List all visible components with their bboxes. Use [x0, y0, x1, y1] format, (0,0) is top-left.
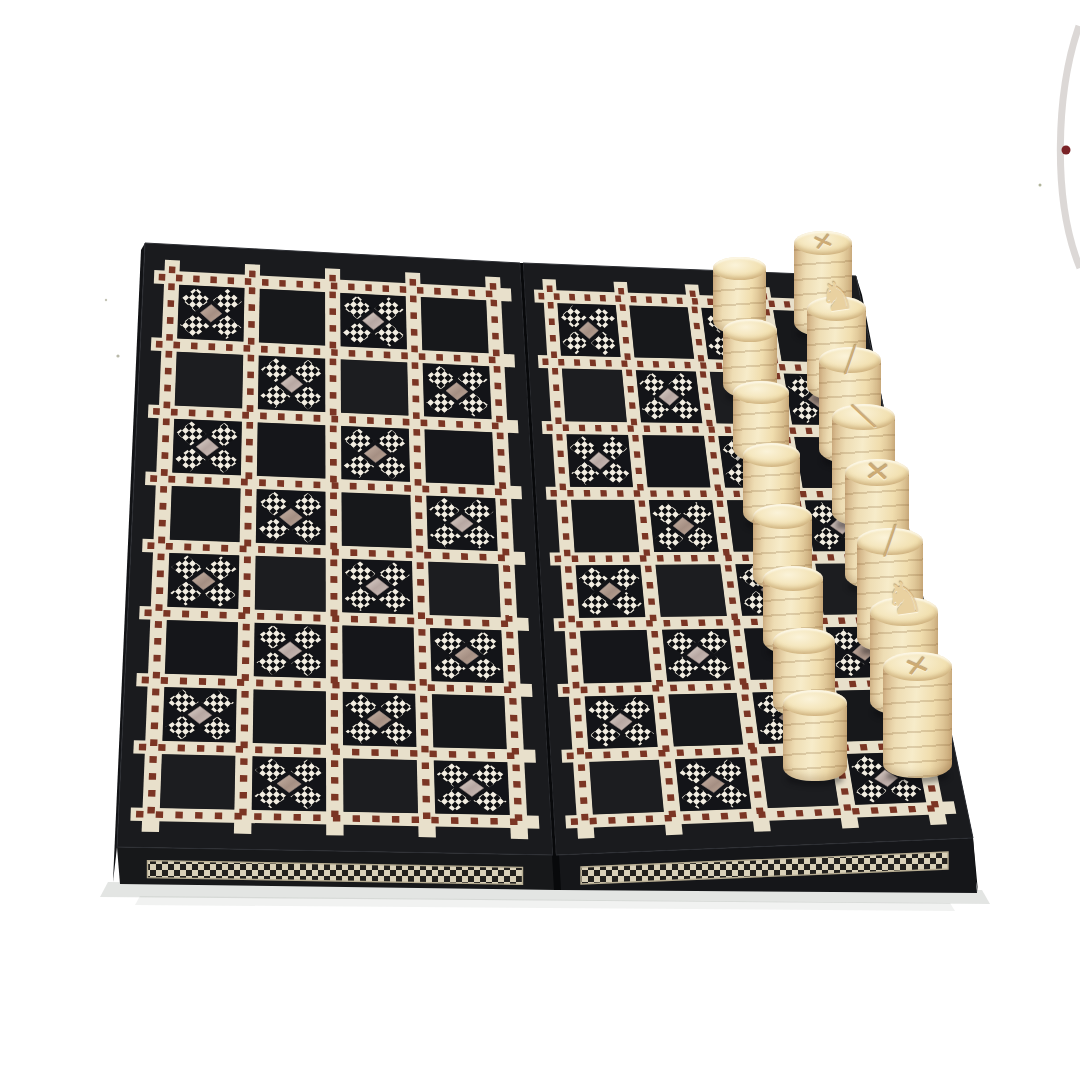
square-b5[interactable] — [423, 364, 491, 419]
square-a7[interactable] — [259, 289, 325, 345]
square-h3[interactable] — [676, 758, 751, 812]
square-a5[interactable] — [421, 297, 488, 353]
square-a8[interactable] — [178, 285, 245, 341]
square-g5[interactable] — [432, 695, 506, 749]
square-a6[interactable] — [341, 293, 407, 349]
piece-top — [733, 381, 789, 405]
square-e5[interactable] — [429, 562, 501, 617]
square-c3[interactable] — [643, 435, 710, 487]
bishop-carving-glyph: ╱ — [839, 347, 861, 373]
square-g7[interactable] — [253, 690, 326, 745]
square-e8[interactable] — [168, 553, 239, 608]
piece-top — [743, 443, 800, 467]
piece-top — [773, 628, 835, 654]
square-g8[interactable] — [163, 687, 237, 742]
square-c6[interactable] — [342, 426, 410, 481]
piece-top: ✕ — [794, 231, 852, 255]
square-c4[interactable] — [567, 435, 633, 487]
white-rook[interactable]: ✕ — [883, 652, 952, 778]
square-b8[interactable] — [175, 352, 243, 408]
piece-top: ╱ — [819, 347, 880, 373]
square-c7[interactable] — [257, 423, 325, 479]
piece-top — [713, 257, 766, 279]
square-e3[interactable] — [656, 565, 727, 617]
square-b6[interactable] — [341, 360, 408, 416]
square-a3[interactable] — [630, 306, 694, 359]
square-g6[interactable] — [343, 692, 416, 746]
square-f8[interactable] — [165, 620, 237, 675]
square-d6[interactable] — [342, 493, 411, 548]
square-c8[interactable] — [173, 419, 242, 475]
square-h5[interactable] — [434, 761, 509, 815]
square-g3[interactable] — [669, 693, 743, 746]
square-f7[interactable] — [254, 623, 325, 678]
square-d3[interactable] — [649, 500, 718, 551]
piece-top: ♞ — [870, 597, 938, 625]
square-b4[interactable] — [562, 369, 626, 422]
piece-top — [723, 319, 778, 342]
white-pawn[interactable] — [783, 690, 846, 782]
square-f6[interactable] — [343, 626, 415, 681]
knight-carving-glyph: ♞ — [817, 275, 856, 319]
square-e4[interactable] — [576, 565, 645, 617]
square-g4[interactable] — [585, 695, 657, 749]
square-d7[interactable] — [256, 489, 325, 544]
square-f4[interactable] — [581, 630, 652, 683]
bishop-carving-glyph: ╱ — [879, 528, 903, 556]
piece-top: ✕ — [845, 459, 910, 486]
square-e6[interactable] — [342, 559, 413, 614]
square-e7[interactable] — [255, 556, 325, 611]
square-h6[interactable] — [344, 759, 418, 813]
product-photo-stage: ✕♞╱╲✕╱♞✕ — [0, 0, 1080, 1080]
square-h7[interactable] — [252, 757, 326, 811]
square-d4[interactable] — [571, 500, 638, 552]
piece-top: ╲ — [832, 404, 895, 430]
square-b3[interactable] — [636, 371, 702, 423]
piece-top — [783, 690, 846, 717]
knight-carving-glyph: ♞ — [882, 574, 926, 624]
square-a4[interactable] — [558, 303, 621, 356]
square-f5[interactable] — [431, 628, 504, 683]
piece-top: ♞ — [807, 296, 867, 321]
square-h8[interactable] — [160, 755, 235, 810]
square-b7[interactable] — [258, 356, 325, 412]
rook-carving-glyph: ✕ — [809, 230, 836, 256]
square-d5[interactable] — [427, 496, 498, 551]
piece-top — [753, 504, 812, 529]
king-carving-glyph: ✕ — [862, 458, 891, 487]
background-object-dot — [1062, 146, 1071, 155]
rook-carving-glyph: ✕ — [901, 651, 933, 682]
square-h4[interactable] — [590, 760, 664, 814]
queen-carving-glyph: ╲ — [852, 404, 875, 431]
square-f3[interactable] — [662, 629, 734, 681]
square-d8[interactable] — [170, 486, 240, 542]
square-c5[interactable] — [425, 430, 494, 485]
